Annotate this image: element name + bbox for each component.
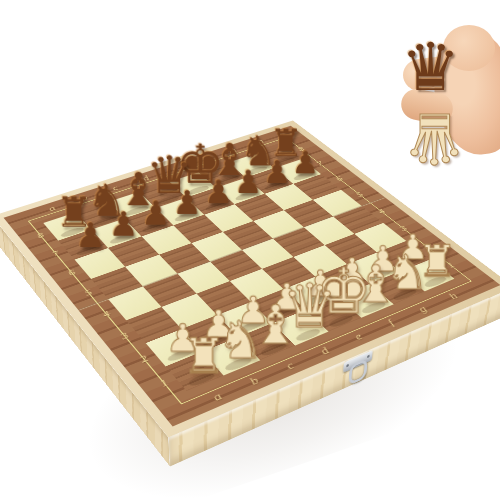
piece-black-pawn: ♟ <box>204 176 233 208</box>
file-label: c <box>267 353 314 380</box>
piece-black-pawn: ♟ <box>141 196 171 229</box>
held-dark-piece: ♛ <box>401 35 460 101</box>
piece-black-pawn: ♟ <box>108 207 138 241</box>
file-label: a <box>193 383 241 411</box>
file-label: h <box>432 285 475 308</box>
file-label: d <box>302 338 348 364</box>
piece-black-pawn: ♟ <box>173 186 202 219</box>
piece-black-pawn: ♟ <box>263 156 291 187</box>
piece-black-pawn: ♟ <box>75 218 106 252</box>
rank-label: 6 <box>56 260 88 285</box>
piece-white-rook: ♜ <box>182 333 226 382</box>
piece-black-pawn: ♟ <box>292 147 320 178</box>
square-a7: ♟ <box>58 230 108 260</box>
product-photo: ♜♞♝♛♚♝♞♜♟♟♟♟♟♟♟♟♟♟♟♟♟♟♟♟♜♞♝♛♚♝♞♜ abcdefg… <box>0 0 500 500</box>
piece-black-pawn: ♟ <box>234 166 263 198</box>
held-light-piece: ♛ <box>403 103 466 173</box>
file-label: b <box>230 367 278 395</box>
rank-label: 5 <box>72 280 105 306</box>
file-label: e <box>336 324 381 349</box>
file-label: f <box>369 311 413 335</box>
hand: ♛ ♛ <box>383 25 500 180</box>
file-label: g <box>401 298 444 322</box>
